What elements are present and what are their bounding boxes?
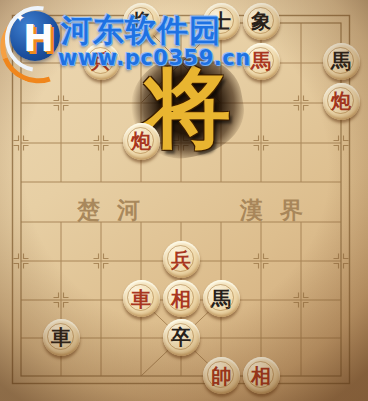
piece-character: 相 bbox=[251, 366, 271, 386]
piece-black-horse-1[interactable]: 馬 bbox=[323, 43, 360, 80]
piece-black-chariot[interactable]: 車 bbox=[43, 319, 80, 356]
logo-letter: H bbox=[23, 17, 54, 60]
piece-black-pawn[interactable]: 卒 bbox=[163, 319, 200, 356]
piece-black-horse-2[interactable]: 馬 bbox=[203, 280, 240, 317]
piece-red-pawn-2[interactable]: 兵 bbox=[163, 241, 200, 278]
piece-red-cannon-2[interactable]: 炮 bbox=[123, 123, 160, 160]
piece-character: 車 bbox=[51, 327, 71, 347]
piece-character: 車 bbox=[131, 289, 151, 309]
piece-red-cannon-1[interactable]: 炮 bbox=[323, 83, 360, 120]
piece-black-elephant[interactable]: 象 bbox=[243, 3, 280, 40]
piece-character: 帥 bbox=[211, 366, 231, 386]
piece-character: 炮 bbox=[331, 91, 351, 111]
piece-red-elephant-1[interactable]: 相 bbox=[163, 280, 200, 317]
piece-red-elephant-2[interactable]: 相 bbox=[243, 357, 280, 394]
piece-character: 馬 bbox=[211, 289, 231, 309]
piece-character: 卒 bbox=[171, 327, 191, 347]
watermark-site-url: www.pc0359.cn bbox=[58, 46, 251, 70]
piece-character: 象 bbox=[251, 11, 271, 31]
piece-character: 兵 bbox=[171, 250, 191, 270]
piece-character: 相 bbox=[171, 289, 191, 309]
xiangqi-app-screen: 楚河 漢界 将 将士象兵馬馬炮炮兵車相馬車卒帥相 ✦ H 河东软件园 www.p… bbox=[0, 0, 368, 401]
piece-character: 馬 bbox=[331, 51, 351, 71]
piece-red-chariot[interactable]: 車 bbox=[123, 280, 160, 317]
piece-red-general[interactable]: 帥 bbox=[203, 357, 240, 394]
piece-character: 炮 bbox=[131, 131, 151, 151]
piece-character: 馬 bbox=[251, 51, 271, 71]
